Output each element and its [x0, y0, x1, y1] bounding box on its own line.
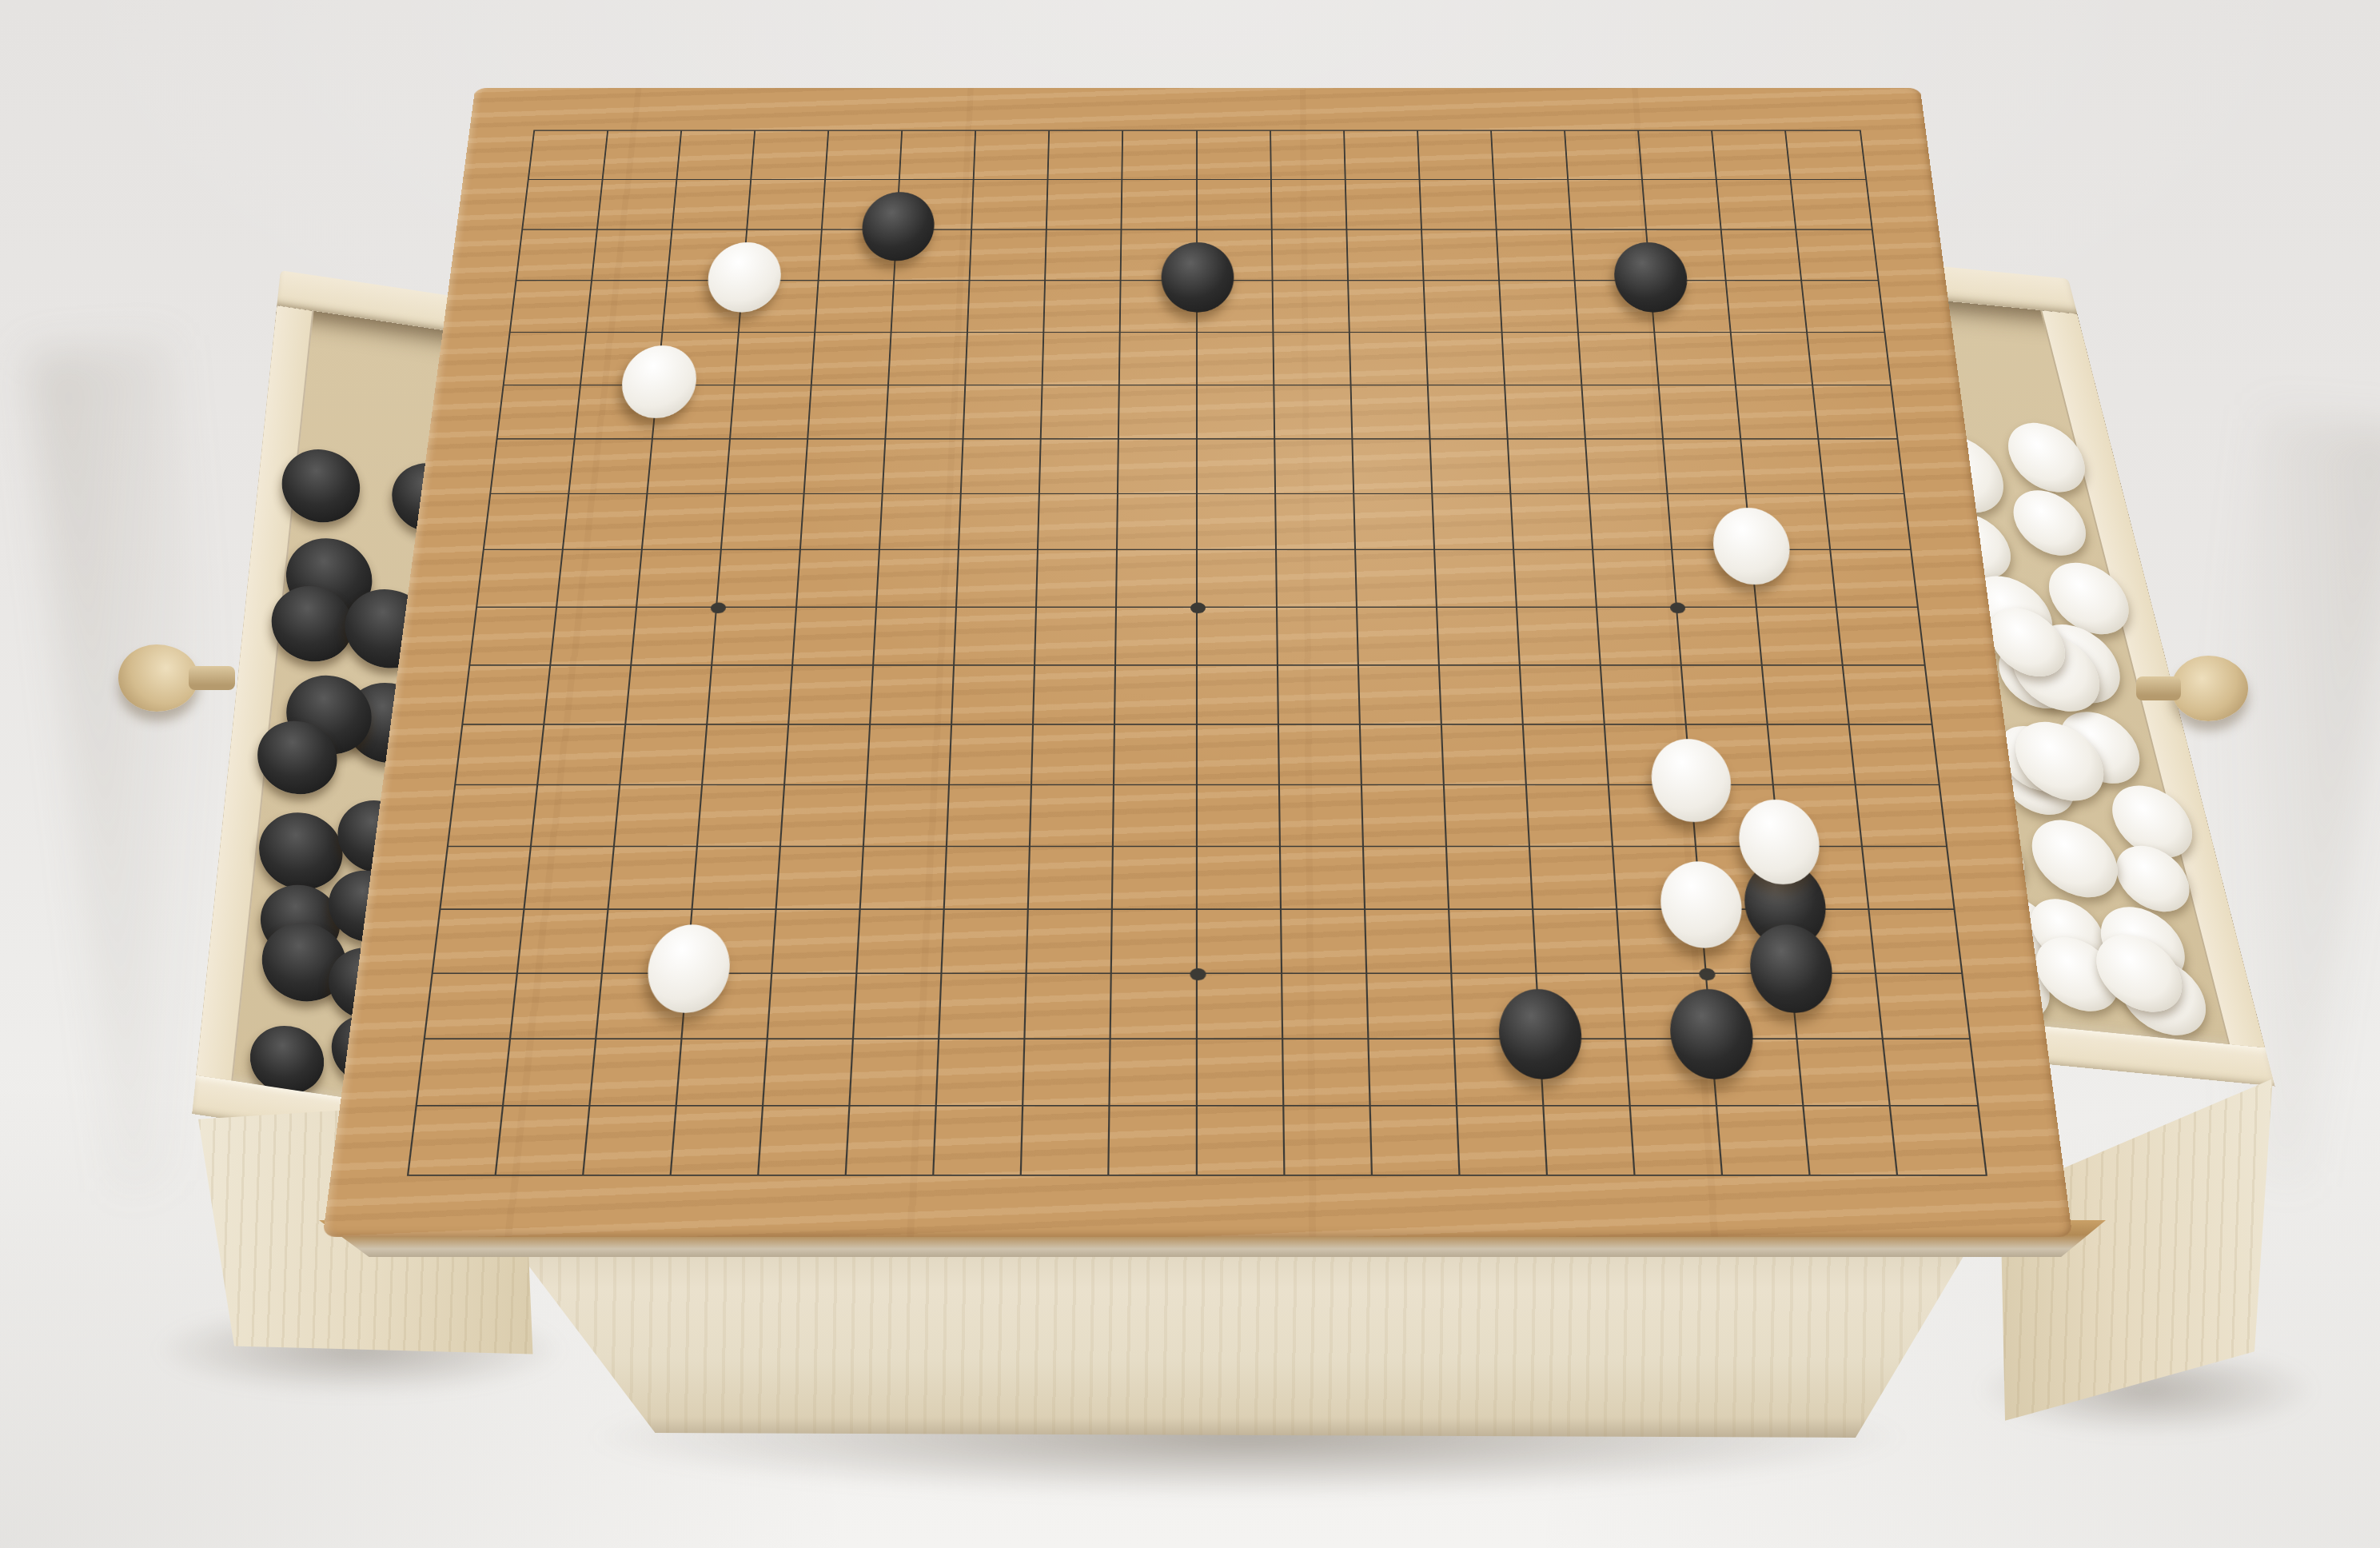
board-cell[interactable]	[861, 847, 947, 910]
board-cell[interactable]	[955, 608, 1037, 666]
board-cell[interactable]	[1601, 665, 1687, 724]
board-cell[interactable]	[590, 1039, 682, 1107]
board-cell[interactable]	[1112, 910, 1197, 974]
board-cell[interactable]	[598, 180, 678, 230]
board-cell[interactable]	[532, 785, 620, 847]
board-cell[interactable]	[959, 494, 1040, 550]
board-cell[interactable]	[1278, 608, 1359, 666]
board-surface	[322, 88, 2072, 1237]
black-tray-stone[interactable]	[255, 807, 346, 896]
board-cell[interactable]	[1026, 974, 1112, 1039]
board-cell[interactable]	[1362, 785, 1447, 847]
board-cell[interactable]	[854, 974, 943, 1039]
board-cell[interactable]	[1118, 494, 1197, 550]
board-cell[interactable]	[456, 724, 544, 785]
board-cell[interactable]	[1757, 608, 1844, 666]
board-cell[interactable]	[1717, 180, 1797, 230]
board-cell[interactable]	[632, 608, 717, 666]
board-cell[interactable]	[1643, 180, 1722, 230]
white-drawer-knob[interactable]	[2171, 656, 2248, 721]
board-cell[interactable]	[967, 333, 1045, 385]
board-cell[interactable]	[677, 1039, 768, 1107]
board-cell[interactable]	[1369, 1039, 1457, 1107]
board-cell[interactable]	[1365, 910, 1452, 974]
board-cell[interactable]	[747, 180, 826, 230]
board-cell[interactable]	[858, 910, 945, 974]
board-cell[interactable]	[1047, 180, 1123, 230]
board-cell[interactable]	[731, 385, 812, 439]
board-cell[interactable]	[945, 847, 1031, 910]
board-cell[interactable]	[1029, 847, 1114, 910]
board-cell[interactable]	[877, 550, 959, 607]
board-cell[interactable]	[1798, 1039, 1891, 1107]
board-cell[interactable]	[1792, 180, 1872, 230]
board-cell[interactable]	[1533, 910, 1621, 974]
board-cell[interactable]	[1420, 180, 1497, 230]
board-cell[interactable]	[1345, 180, 1421, 230]
board-cell[interactable]	[504, 333, 587, 385]
board-cell[interactable]	[1544, 1107, 1635, 1175]
board-cell[interactable]	[801, 494, 883, 550]
board-cell[interactable]	[409, 1107, 504, 1175]
board-cell[interactable]	[962, 440, 1042, 495]
board-cell[interactable]	[1197, 724, 1279, 785]
board-cell[interactable]	[708, 665, 793, 724]
go-board[interactable]	[322, 88, 2072, 1237]
board-cell[interactable]	[1197, 974, 1282, 1039]
board-cell[interactable]	[1884, 1039, 1977, 1107]
board-cell[interactable]	[1354, 494, 1435, 550]
board-cell[interactable]	[943, 910, 1029, 974]
hoshi-point	[1190, 602, 1205, 613]
board-cell[interactable]	[972, 180, 1048, 230]
board-cell[interactable]	[1356, 550, 1437, 607]
board-cell[interactable]	[727, 440, 809, 495]
board-cell[interactable]	[1717, 1107, 1810, 1175]
board-cell[interactable]	[1276, 494, 1356, 550]
board-cell[interactable]	[1273, 281, 1349, 333]
board-cell[interactable]	[1283, 1039, 1371, 1107]
board-cell[interactable]	[1118, 440, 1197, 495]
board-cell[interactable]	[781, 785, 867, 847]
board-cell[interactable]	[1274, 385, 1353, 439]
board-cell[interactable]	[964, 385, 1043, 439]
board-cell[interactable]	[1863, 847, 1954, 910]
board-cell[interactable]	[1031, 785, 1114, 847]
board-cell[interactable]	[867, 724, 952, 785]
board-cell[interactable]	[785, 724, 871, 785]
board-cell[interactable]	[1424, 281, 1502, 333]
board-cell[interactable]	[851, 1039, 940, 1107]
board-cell[interactable]	[759, 1107, 851, 1175]
board-cell[interactable]	[1024, 1039, 1112, 1107]
board-cell[interactable]	[1349, 333, 1428, 385]
white-tray-stone[interactable]	[2023, 816, 2127, 901]
board-cell[interactable]	[874, 608, 957, 666]
board-cell[interactable]	[1565, 131, 1643, 180]
board-cell[interactable]	[1449, 910, 1537, 974]
board-cell[interactable]	[1284, 1107, 1373, 1175]
board-cell[interactable]	[1349, 281, 1426, 333]
board-cell[interactable]	[1281, 847, 1365, 910]
board-cell[interactable]	[789, 665, 874, 724]
board-cell[interactable]	[887, 385, 967, 439]
board-box-body	[504, 1231, 1975, 1438]
board-cell[interactable]	[1437, 608, 1521, 666]
board-cell[interactable]	[518, 910, 609, 974]
board-cell[interactable]	[1722, 230, 1803, 281]
board-cell[interactable]	[1351, 385, 1430, 439]
board-cell[interactable]	[698, 785, 785, 847]
board-cell[interactable]	[1197, 1039, 1283, 1107]
board-cell[interactable]	[1198, 180, 1273, 230]
board-cell[interactable]	[1039, 494, 1118, 550]
board-cell[interactable]	[1122, 180, 1198, 230]
board-cell[interactable]	[1786, 131, 1865, 180]
board-cell[interactable]	[1022, 1107, 1110, 1175]
board-cell[interactable]	[777, 847, 864, 910]
board-cell[interactable]	[815, 281, 895, 333]
board-cell[interactable]	[1508, 440, 1589, 495]
board-cell[interactable]	[1353, 440, 1433, 495]
board-cell[interactable]	[1505, 385, 1586, 439]
board-cell[interactable]	[1768, 724, 1856, 785]
board-cell[interactable]	[1357, 608, 1440, 666]
board-cell[interactable]	[871, 665, 955, 724]
board-cell[interactable]	[497, 385, 580, 439]
black-stone[interactable]	[1161, 242, 1234, 312]
board-cell[interactable]	[1115, 665, 1197, 724]
board-cell[interactable]	[892, 281, 971, 333]
board-cell[interactable]	[1582, 385, 1664, 439]
board-cell[interactable]	[1819, 440, 1904, 495]
board-cell[interactable]	[1198, 550, 1278, 607]
board-cell[interactable]	[1500, 281, 1579, 333]
board-cell[interactable]	[1282, 910, 1367, 974]
hoshi-point	[1698, 967, 1715, 979]
board-cell[interactable]	[1027, 910, 1113, 974]
board-cell[interactable]	[1110, 1107, 1198, 1175]
board-cell[interactable]	[529, 131, 608, 180]
board-cell[interactable]	[940, 974, 1027, 1039]
board-cell[interactable]	[1418, 131, 1494, 180]
board-cell[interactable]	[1682, 665, 1768, 724]
board-cell[interactable]	[551, 608, 637, 666]
board-cell[interactable]	[947, 785, 1032, 847]
board-cell[interactable]	[1034, 665, 1116, 724]
board-cell[interactable]	[772, 910, 861, 974]
board-cell[interactable]	[1046, 230, 1122, 281]
board-cell[interactable]	[968, 281, 1046, 333]
board-cell[interactable]	[751, 131, 829, 180]
board-cell[interactable]	[1040, 440, 1119, 495]
board-cell[interactable]	[1426, 333, 1505, 385]
board-cell[interactable]	[847, 1107, 937, 1175]
board-cell[interactable]	[1361, 724, 1445, 785]
board-cell[interactable]	[1447, 847, 1533, 910]
board-cell[interactable]	[1043, 333, 1121, 385]
board-cell[interactable]	[1514, 550, 1597, 607]
board-cell[interactable]	[1032, 724, 1115, 785]
board-cell[interactable]	[1660, 385, 1742, 439]
board-cell[interactable]	[1280, 785, 1364, 847]
board-cell[interactable]	[673, 180, 752, 230]
board-cell[interactable]	[1521, 665, 1605, 724]
board-cell[interactable]	[971, 230, 1047, 281]
board-cell[interactable]	[1279, 724, 1362, 785]
board-cell[interactable]	[433, 910, 525, 974]
board-cell[interactable]	[1517, 608, 1601, 666]
board-cell[interactable]	[1277, 550, 1357, 607]
board-cell[interactable]	[1271, 131, 1346, 180]
board-cell[interactable]	[1035, 608, 1117, 666]
board-cell[interactable]	[883, 440, 964, 495]
board-cell[interactable]	[1198, 440, 1276, 495]
board-cell[interactable]	[1119, 385, 1197, 439]
board-cell[interactable]	[805, 440, 887, 495]
board-cell[interactable]	[1655, 333, 1736, 385]
board-cell[interactable]	[1197, 665, 1278, 724]
board-cell[interactable]	[1274, 333, 1351, 385]
board-cell[interactable]	[957, 550, 1039, 607]
board-cell[interactable]	[564, 494, 648, 550]
board-cell[interactable]	[1198, 131, 1272, 180]
board-cell[interactable]	[538, 724, 626, 785]
board-cell[interactable]	[1445, 785, 1530, 847]
board-cell[interactable]	[1597, 608, 1682, 666]
board-cell[interactable]	[557, 550, 643, 607]
board-cell[interactable]	[1511, 494, 1593, 550]
board-cell[interactable]	[1732, 333, 1814, 385]
board-cell[interactable]	[1429, 385, 1509, 439]
board-cell[interactable]	[1524, 724, 1609, 785]
board-cell[interactable]	[1850, 724, 1939, 785]
board-cell[interactable]	[1197, 608, 1278, 666]
board-cell[interactable]	[1037, 550, 1118, 607]
board-cell[interactable]	[1808, 333, 1890, 385]
board-cell[interactable]	[1113, 847, 1197, 910]
board-cell[interactable]	[1433, 494, 1514, 550]
board-cell[interactable]	[1347, 230, 1424, 281]
board-cell[interactable]	[1271, 180, 1347, 230]
board-cell[interactable]	[511, 281, 592, 333]
board-cell[interactable]	[1891, 1107, 1986, 1175]
board-cell[interactable]	[1197, 910, 1282, 974]
board-cell[interactable]	[1639, 131, 1717, 180]
board-cell[interactable]	[1116, 608, 1197, 666]
board-cell[interactable]	[1712, 131, 1792, 180]
board-cell[interactable]	[864, 785, 950, 847]
board-cell[interactable]	[609, 847, 698, 910]
board-cell[interactable]	[677, 131, 755, 180]
board-cell[interactable]	[797, 550, 880, 607]
board-cell[interactable]	[648, 440, 731, 495]
board-cell[interactable]	[584, 1107, 676, 1175]
board-cell[interactable]	[1494, 180, 1572, 230]
board-cell[interactable]	[1370, 1107, 1460, 1175]
board-cell[interactable]	[463, 665, 551, 724]
board-cell[interactable]	[477, 550, 564, 607]
board-cell[interactable]	[1825, 494, 1911, 550]
board-cell[interactable]	[417, 1039, 511, 1107]
board-cell[interactable]	[1422, 230, 1500, 281]
board-cell[interactable]	[1586, 440, 1668, 495]
board-cell[interactable]	[1664, 440, 1747, 495]
white-tray-stone[interactable]	[2006, 487, 2094, 559]
board-cell[interactable]	[1589, 494, 1672, 550]
hoshi-point	[710, 602, 726, 613]
board-cell[interactable]	[880, 494, 962, 550]
board-cell[interactable]	[1117, 550, 1197, 607]
board-cell[interactable]	[1741, 440, 1825, 495]
board-cell[interactable]	[1123, 131, 1198, 180]
board-cell[interactable]	[1844, 665, 1932, 724]
board-cell[interactable]	[620, 724, 708, 785]
hoshi-point	[1190, 967, 1206, 979]
board-cell[interactable]	[425, 974, 518, 1039]
board-cell[interactable]	[1197, 847, 1281, 910]
board-cell[interactable]	[1831, 550, 1917, 607]
board-cell[interactable]	[1197, 1107, 1285, 1175]
board-cell[interactable]	[484, 494, 570, 550]
board-cell[interactable]	[1813, 385, 1896, 439]
board-cell[interactable]	[1114, 785, 1197, 847]
board-cell[interactable]	[1796, 230, 1877, 281]
board-cell[interactable]	[793, 608, 877, 666]
board-cell[interactable]	[1876, 974, 1969, 1039]
board-cell[interactable]	[952, 665, 1035, 724]
scene	[0, 0, 2380, 1548]
board-cell[interactable]	[1120, 333, 1197, 385]
board-cell[interactable]	[1282, 974, 1369, 1039]
board-cell[interactable]	[1042, 385, 1120, 439]
board-cell[interactable]	[643, 494, 727, 550]
board-cell[interactable]	[1727, 281, 1808, 333]
board-cell[interactable]	[1442, 724, 1527, 785]
board-cell[interactable]	[1736, 385, 1820, 439]
board-cell[interactable]	[470, 608, 557, 666]
board-cell[interactable]	[889, 333, 968, 385]
board-cell[interactable]	[1275, 440, 1354, 495]
board-cell[interactable]	[448, 785, 538, 847]
board-cell[interactable]	[1430, 440, 1511, 495]
board-cell[interactable]	[1579, 333, 1660, 385]
board-cell[interactable]	[516, 230, 597, 281]
board-cell[interactable]	[1530, 847, 1617, 910]
board-cell[interactable]	[569, 440, 653, 495]
board-cell[interactable]	[1804, 1107, 1898, 1175]
wood-grain	[504, 1231, 1975, 1438]
board-cell[interactable]	[1527, 785, 1613, 847]
board-cell[interactable]	[1110, 1039, 1197, 1107]
board-cell[interactable]	[1457, 1107, 1548, 1175]
board-cell[interactable]	[491, 440, 576, 495]
board-cell[interactable]	[1497, 230, 1575, 281]
board-cell[interactable]	[637, 550, 722, 607]
board-cell[interactable]	[441, 847, 532, 910]
board-cell[interactable]	[1677, 608, 1763, 666]
board-cell[interactable]	[1367, 974, 1454, 1039]
board-cell[interactable]	[1359, 665, 1442, 724]
board-cell[interactable]	[1440, 665, 1524, 724]
board-cell[interactable]	[1198, 494, 1277, 550]
board-cell[interactable]	[1593, 550, 1677, 607]
hoshi-point	[1669, 602, 1685, 613]
board-cell[interactable]	[504, 1039, 596, 1107]
board-cell[interactable]	[1856, 785, 1946, 847]
board-cell[interactable]	[937, 1039, 1026, 1107]
board-cell[interactable]	[693, 847, 781, 910]
board-cell[interactable]	[1631, 1107, 1723, 1175]
board-cell[interactable]	[1492, 131, 1569, 180]
board-cell[interactable]	[763, 1039, 854, 1107]
board-cell[interactable]	[1197, 785, 1280, 847]
board-cell[interactable]	[712, 608, 797, 666]
board-cell[interactable]	[1345, 131, 1421, 180]
board-cell[interactable]	[826, 131, 903, 180]
board-cell[interactable]	[736, 333, 816, 385]
board-cell[interactable]	[1802, 281, 1884, 333]
board-cell[interactable]	[672, 1107, 763, 1175]
black-drawer-knob[interactable]	[118, 644, 198, 712]
board-cell[interactable]	[1111, 974, 1197, 1039]
board-cell[interactable]	[1364, 847, 1449, 910]
board-cell[interactable]	[604, 131, 683, 180]
board-cell[interactable]	[523, 180, 603, 230]
board-cell[interactable]	[768, 974, 858, 1039]
board-cell[interactable]	[950, 724, 1034, 785]
board-cell[interactable]	[1198, 333, 1274, 385]
board-cell[interactable]	[615, 785, 703, 847]
board-cell[interactable]	[544, 665, 632, 724]
board-cell[interactable]	[900, 131, 976, 180]
board-cell[interactable]	[808, 385, 889, 439]
board-cell[interactable]	[975, 131, 1050, 180]
board-cell[interactable]	[1569, 180, 1647, 230]
board-cell[interactable]	[812, 333, 892, 385]
board-cell[interactable]	[722, 494, 805, 550]
board-cell[interactable]	[1045, 281, 1122, 333]
board-cell[interactable]	[626, 665, 712, 724]
board-cell[interactable]	[1198, 385, 1275, 439]
board-cell[interactable]	[1278, 665, 1361, 724]
board-cell[interactable]	[703, 724, 789, 785]
board-cell[interactable]	[1502, 333, 1582, 385]
board-cell[interactable]	[1869, 910, 1961, 974]
board-cell[interactable]	[592, 230, 673, 281]
board-cell[interactable]	[935, 1107, 1024, 1175]
board-cell[interactable]	[1435, 550, 1517, 607]
board-cell[interactable]	[717, 550, 801, 607]
board-cell[interactable]	[1763, 665, 1850, 724]
board-cell[interactable]	[1114, 724, 1197, 785]
board-cell[interactable]	[524, 847, 615, 910]
board-cell[interactable]	[1049, 131, 1124, 180]
board-cell[interactable]	[1837, 608, 1924, 666]
board-cell[interactable]	[1272, 230, 1348, 281]
board-cell[interactable]	[511, 974, 603, 1039]
board-cell[interactable]	[587, 281, 668, 333]
board-cell[interactable]	[496, 1107, 591, 1175]
